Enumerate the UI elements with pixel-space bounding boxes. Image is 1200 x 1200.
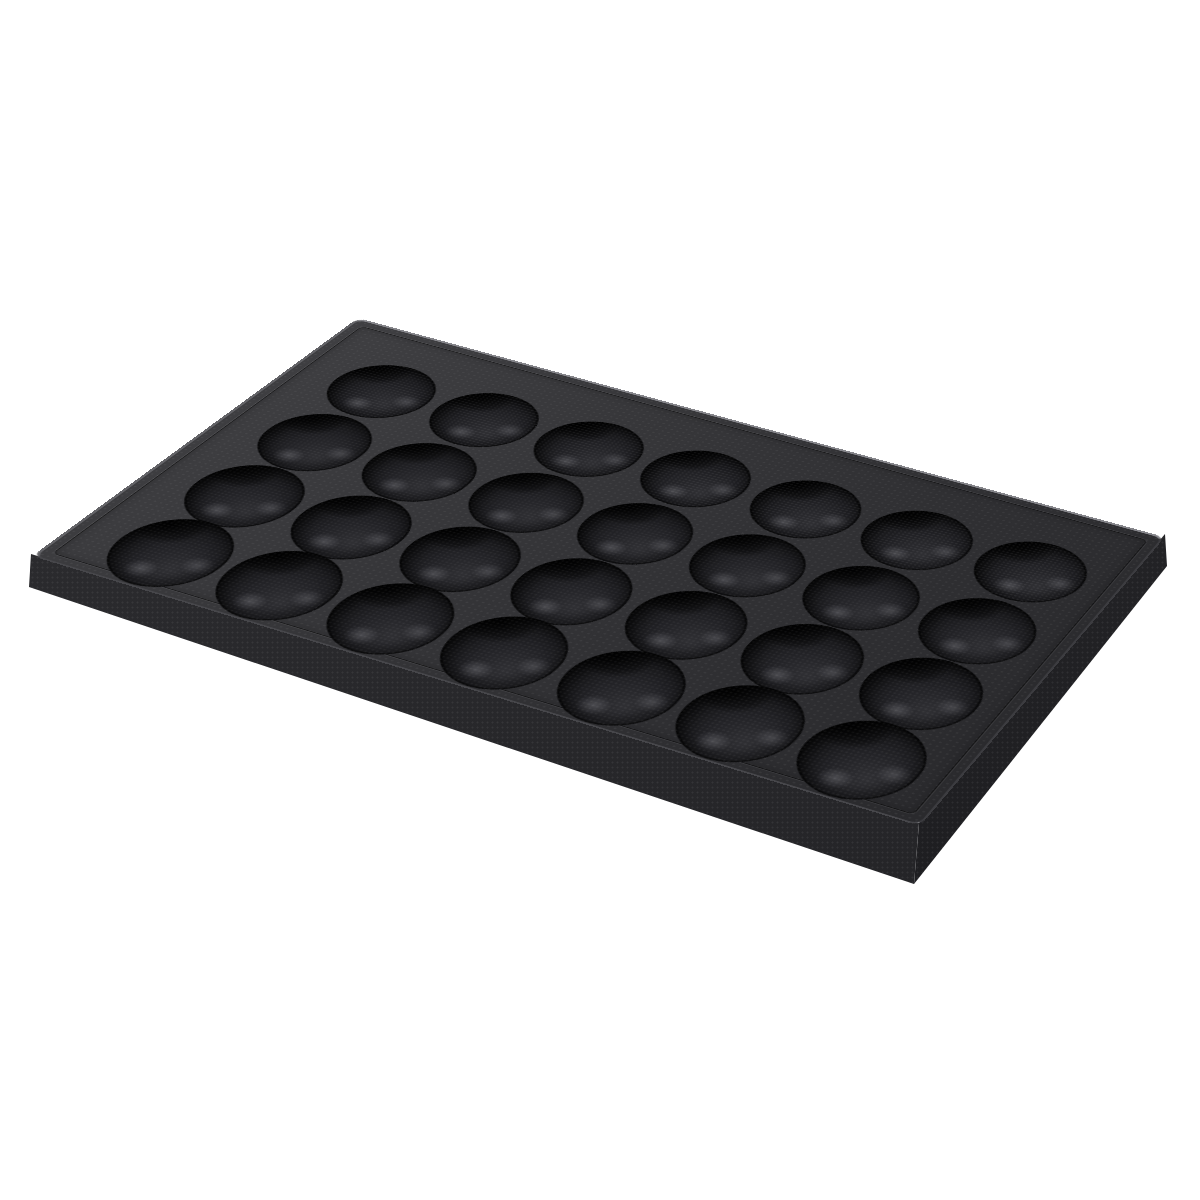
pit-grid — [83, 353, 1113, 809]
tray-top-face — [32, 318, 1165, 826]
tray-product-photo — [0, 0, 1200, 1200]
